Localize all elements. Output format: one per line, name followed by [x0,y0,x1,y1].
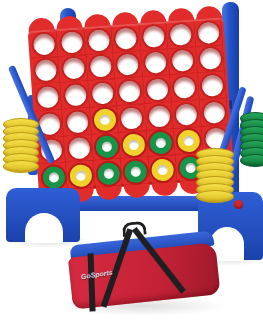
empty-hole [64,84,86,106]
board-cell[interactable] [168,47,197,76]
board-cell[interactable] [117,104,146,133]
board-cell[interactable] [114,51,143,80]
empty-hole [148,105,170,127]
board-cell[interactable] [116,77,145,106]
board-cell[interactable] [32,57,61,86]
empty-hole [176,103,198,125]
empty-hole [172,50,194,72]
board-cell[interactable] [30,30,59,59]
board-cell[interactable] [63,108,92,137]
yellow-disc [122,133,145,156]
board-cell[interactable] [66,161,95,190]
board-cell[interactable] [121,157,150,186]
board-cell[interactable] [143,76,172,105]
empty-hole [117,54,139,76]
empty-hole [62,58,84,80]
board-cell[interactable] [194,18,223,47]
yellow-spare-disc [196,190,234,203]
empty-hole [60,31,82,53]
empty-hole [88,29,110,51]
board-cell[interactable] [61,81,90,110]
frame-leg-left [6,188,80,242]
board-cell[interactable] [167,20,196,49]
board-cell[interactable] [33,83,62,112]
carry-bag: GoSports [67,230,222,317]
empty-hole [170,23,192,45]
board-cell[interactable] [57,28,86,57]
board-cell[interactable] [86,53,115,82]
board-cell[interactable] [172,100,201,129]
green-disc [149,131,172,154]
yellow-spare-disc [3,160,39,173]
yellow-disc [93,108,116,131]
product-photo-giant-connect-four: GoSports [0,0,263,320]
board-cell[interactable] [147,129,176,158]
board-cell[interactable] [139,22,168,51]
empty-hole [115,27,137,49]
board-cell[interactable] [141,49,170,78]
empty-hole [199,48,221,70]
empty-hole [121,107,143,129]
yellow-disc [151,158,174,181]
empty-hole [90,56,112,78]
bag-handle [122,221,147,237]
empty-hole [66,111,88,133]
empty-hole [92,82,114,104]
board-cell[interactable] [92,133,121,162]
green-disc [97,162,120,185]
empty-hole [37,86,59,108]
board-cell[interactable] [88,79,117,108]
board-cell[interactable] [196,45,225,74]
empty-hole [143,25,165,47]
empty-hole [201,75,223,97]
board-cell[interactable] [199,98,228,127]
green-disc [124,160,147,183]
empty-hole [203,101,225,123]
empty-hole [197,22,219,44]
empty-hole [146,79,168,101]
green-disc [95,135,118,158]
board-cell[interactable] [112,24,141,53]
empty-hole [174,77,196,99]
board-cell[interactable] [170,74,199,103]
board-cell[interactable] [84,26,113,55]
board-cell[interactable] [94,159,123,188]
board-cell[interactable] [65,134,94,163]
leg-knob [234,200,243,209]
board-cell[interactable] [145,102,174,131]
board-cell[interactable] [198,72,227,101]
empty-hole [68,138,90,160]
yellow-disc [69,164,92,187]
disc-stack-yellow-left [3,118,39,173]
green-disc [42,165,65,188]
board-cell[interactable] [119,131,148,160]
green-spare-disc [240,154,263,167]
empty-hole [119,80,141,102]
board-cell[interactable] [90,106,119,135]
empty-hole [35,60,57,82]
board-cell[interactable] [148,155,177,184]
disc-stack-yellow-right [196,148,234,203]
board-cell[interactable] [59,55,88,84]
disc-stack-green-right [240,112,263,167]
empty-hole [144,52,166,74]
empty-hole [33,33,55,55]
